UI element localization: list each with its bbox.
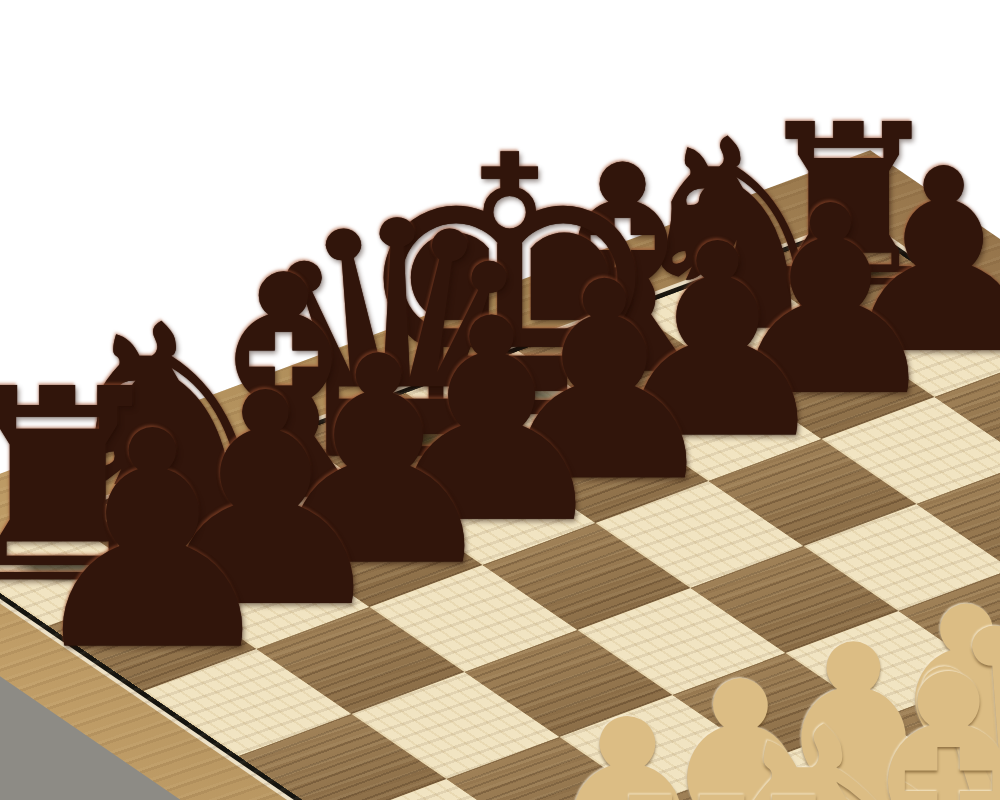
piece-black-pawn-a7[interactable]: ♟ (18, 392, 286, 691)
pieces-layer: ♜♞♝♛♚♝♞♜♟♟♟♟♟♟♟♟♟♟♟♟♟♟♟♟♜♞♝♛♚♝♞♜ (0, 0, 1000, 800)
piece-white-rook-a1[interactable]: ♜ (574, 756, 871, 800)
chess-set-photo: ♜♞♝♛♚♝♞♜♟♟♟♟♟♟♟♟♟♟♟♟♟♟♟♟♜♞♝♛♚♝♞♜ (0, 0, 1000, 800)
